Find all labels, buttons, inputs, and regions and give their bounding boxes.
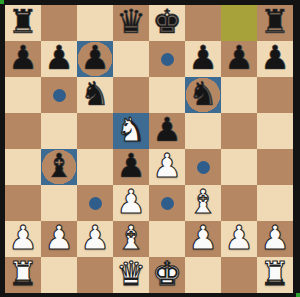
square-f8[interactable] xyxy=(185,5,221,41)
square-b3[interactable] xyxy=(41,185,77,221)
square-h4[interactable] xyxy=(257,149,293,185)
black-pawn-a7[interactable]: ♟ xyxy=(8,40,38,76)
white-rook-a1[interactable]: ♜ xyxy=(8,256,38,292)
black-knight-c6[interactable]: ♞ xyxy=(80,76,110,112)
square-g7[interactable]: ♟ xyxy=(221,41,257,77)
square-a1[interactable]: ♜ xyxy=(5,257,41,293)
white-pawn-h2[interactable]: ♟ xyxy=(260,220,290,256)
white-king-e1[interactable]: ♚ xyxy=(152,256,182,292)
square-a2[interactable]: ♟ xyxy=(5,221,41,257)
white-pawn-f2[interactable]: ♟ xyxy=(188,220,218,256)
square-c8[interactable] xyxy=(77,5,113,41)
square-b7[interactable]: ♟ xyxy=(41,41,77,77)
square-f1[interactable] xyxy=(185,257,221,293)
square-h8[interactable]: ♜ xyxy=(257,5,293,41)
corner-artifact-top-left xyxy=(0,0,4,4)
square-f7[interactable]: ♟ xyxy=(185,41,221,77)
square-d4[interactable]: ♟ xyxy=(113,149,149,185)
square-b8[interactable] xyxy=(41,5,77,41)
square-d6[interactable] xyxy=(113,77,149,113)
square-a3[interactable] xyxy=(5,185,41,221)
white-bishop-f3[interactable]: ♝ xyxy=(188,184,218,220)
square-f2[interactable]: ♟ xyxy=(185,221,221,257)
square-f3[interactable]: ♝ xyxy=(185,185,221,221)
black-pawn-d4[interactable]: ♟ xyxy=(116,148,146,184)
square-d7[interactable] xyxy=(113,41,149,77)
square-f5[interactable] xyxy=(185,113,221,149)
white-bishop-d2[interactable]: ♝ xyxy=(116,220,146,256)
white-pawn-e4[interactable]: ♟ xyxy=(152,148,182,184)
square-d5[interactable]: ♞ xyxy=(113,113,149,149)
square-g2[interactable]: ♟ xyxy=(221,221,257,257)
square-b6[interactable] xyxy=(41,77,77,113)
square-e7[interactable] xyxy=(149,41,185,77)
black-pawn-b7[interactable]: ♟ xyxy=(44,40,74,76)
black-pawn-h7[interactable]: ♟ xyxy=(260,40,290,76)
square-b1[interactable] xyxy=(41,257,77,293)
square-a5[interactable] xyxy=(5,113,41,149)
square-c2[interactable]: ♟ xyxy=(77,221,113,257)
square-c4[interactable] xyxy=(77,149,113,185)
square-h3[interactable] xyxy=(257,185,293,221)
square-b4[interactable]: ♝ xyxy=(41,149,77,185)
white-pawn-g2[interactable]: ♟ xyxy=(224,220,254,256)
black-knight-f6[interactable]: ♞ xyxy=(188,76,218,112)
black-pawn-f7[interactable]: ♟ xyxy=(188,40,218,76)
square-b5[interactable] xyxy=(41,113,77,149)
chess-board[interactable]: ♜♛♚♜♟♟♟♟♟♟♞♞♞♟♝♟♟♟♝♟♟♟♝♟♟♟♜♛♚♜ xyxy=(5,5,293,293)
white-pawn-a2[interactable]: ♟ xyxy=(8,220,38,256)
black-pawn-g7[interactable]: ♟ xyxy=(224,40,254,76)
black-queen-d8[interactable]: ♛ xyxy=(116,4,146,40)
square-c6[interactable]: ♞ xyxy=(77,77,113,113)
white-pawn-c2[interactable]: ♟ xyxy=(80,220,110,256)
square-g3[interactable] xyxy=(221,185,257,221)
square-g5[interactable] xyxy=(221,113,257,149)
square-e3[interactable] xyxy=(149,185,185,221)
black-king-e8[interactable]: ♚ xyxy=(152,4,182,40)
square-g4[interactable] xyxy=(221,149,257,185)
square-h1[interactable]: ♜ xyxy=(257,257,293,293)
square-a6[interactable] xyxy=(5,77,41,113)
square-h5[interactable] xyxy=(257,113,293,149)
square-h2[interactable]: ♟ xyxy=(257,221,293,257)
white-pawn-b2[interactable]: ♟ xyxy=(44,220,74,256)
square-d8[interactable]: ♛ xyxy=(113,5,149,41)
square-a8[interactable]: ♜ xyxy=(5,5,41,41)
white-rook-h1[interactable]: ♜ xyxy=(260,256,290,292)
black-rook-a8[interactable]: ♜ xyxy=(8,4,38,40)
white-knight-d5[interactable]: ♞ xyxy=(116,112,146,148)
black-bishop-b4[interactable]: ♝ xyxy=(44,148,74,184)
square-e2[interactable] xyxy=(149,221,185,257)
square-e1[interactable]: ♚ xyxy=(149,257,185,293)
square-c3[interactable] xyxy=(77,185,113,221)
square-a7[interactable]: ♟ xyxy=(5,41,41,77)
square-f4[interactable] xyxy=(185,149,221,185)
white-pawn-d3[interactable]: ♟ xyxy=(116,184,146,220)
square-h7[interactable]: ♟ xyxy=(257,41,293,77)
square-g1[interactable] xyxy=(221,257,257,293)
square-d1[interactable]: ♛ xyxy=(113,257,149,293)
square-b2[interactable]: ♟ xyxy=(41,221,77,257)
corner-artifact-bottom-right xyxy=(296,293,300,297)
square-c5[interactable] xyxy=(77,113,113,149)
black-rook-h8[interactable]: ♜ xyxy=(260,4,290,40)
square-c7[interactable]: ♟ xyxy=(77,41,113,77)
white-queen-d1[interactable]: ♛ xyxy=(116,256,146,292)
square-e8[interactable]: ♚ xyxy=(149,5,185,41)
square-e5[interactable]: ♟ xyxy=(149,113,185,149)
square-e4[interactable]: ♟ xyxy=(149,149,185,185)
square-c1[interactable] xyxy=(77,257,113,293)
black-pawn-e5[interactable]: ♟ xyxy=(152,112,182,148)
square-d3[interactable]: ♟ xyxy=(113,185,149,221)
black-pawn-c7[interactable]: ♟ xyxy=(80,40,110,76)
square-d2[interactable]: ♝ xyxy=(113,221,149,257)
chess-app-window: ♜♛♚♜♟♟♟♟♟♟♞♞♞♟♝♟♟♟♝♟♟♟♝♟♟♟♜♛♚♜ xyxy=(0,0,300,297)
square-f6[interactable]: ♞ xyxy=(185,77,221,113)
square-h6[interactable] xyxy=(257,77,293,113)
square-a4[interactable] xyxy=(5,149,41,185)
square-g6[interactable] xyxy=(221,77,257,113)
square-g8[interactable] xyxy=(221,5,257,41)
square-e6[interactable] xyxy=(149,77,185,113)
